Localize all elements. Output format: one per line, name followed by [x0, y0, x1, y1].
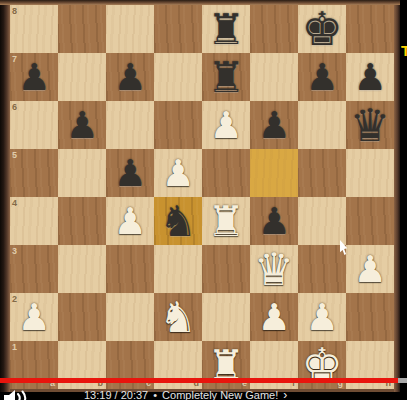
square-e5 [202, 149, 250, 197]
square-g7: ♟ [298, 53, 346, 101]
square-f8 [250, 5, 298, 53]
square-c2 [106, 293, 154, 341]
piece-white-pawn: ♟ [202, 101, 250, 149]
square-h6: ♛ [346, 101, 394, 149]
piece-white-pawn: ♟ [106, 197, 154, 245]
piece-white-pawn: ♟ [154, 149, 202, 197]
piece-white-pawn: ♟ [298, 293, 346, 341]
rank-label-3: 3 [12, 247, 17, 256]
separator-dot: • [153, 389, 157, 400]
square-c7: ♟ [106, 53, 154, 101]
square-f6: ♟ [250, 101, 298, 149]
square-c4: ♟ [106, 197, 154, 245]
piece-black-rook: ♜ [202, 5, 250, 53]
piece-white-pawn: ♟ [346, 245, 394, 293]
square-h7: ♟ [346, 53, 394, 101]
volume-icon[interactable] [4, 390, 30, 400]
square-h8 [346, 5, 394, 53]
square-h2 [346, 293, 394, 341]
square-d6 [154, 101, 202, 149]
piece-white-knight: ♞ [154, 293, 202, 341]
square-b7 [58, 53, 106, 101]
square-e4: ♜ [202, 197, 250, 245]
rank-label-7: 7 [12, 55, 17, 64]
square-f7 [250, 53, 298, 101]
square-g3 [298, 245, 346, 293]
piece-black-pawn: ♟ [10, 53, 58, 101]
video-chapter-title[interactable]: Completely New Game! [162, 389, 278, 400]
square-g2: ♟ [298, 293, 346, 341]
square-a7: 7♟ [10, 53, 58, 101]
square-h3: ♟ [346, 245, 394, 293]
square-d8 [154, 5, 202, 53]
square-a3: 3 [10, 245, 58, 293]
board-frame-left [0, 0, 10, 392]
square-d5: ♟ [154, 149, 202, 197]
video-frame[interactable]: 8♜♚7♟♟♜♟♟6♟♟♟♛5♟♟4♟♞♜♟3♛♟2♟♞♟♟1abcde♜fg♚… [0, 0, 407, 400]
square-d7 [154, 53, 202, 101]
piece-black-pawn: ♟ [106, 149, 154, 197]
square-g4 [298, 197, 346, 245]
square-h4 [346, 197, 394, 245]
square-f5 [250, 149, 298, 197]
square-b5 [58, 149, 106, 197]
square-b3 [58, 245, 106, 293]
square-d2: ♞ [154, 293, 202, 341]
square-b8 [58, 5, 106, 53]
piece-black-pawn: ♟ [58, 101, 106, 149]
square-c5: ♟ [106, 149, 154, 197]
square-e3 [202, 245, 250, 293]
piece-white-pawn: ♟ [250, 293, 298, 341]
square-g5 [298, 149, 346, 197]
square-a2: 2♟ [10, 293, 58, 341]
piece-white-queen: ♛ [250, 245, 298, 293]
chess-board[interactable]: 8♜♚7♟♟♜♟♟6♟♟♟♛5♟♟4♟♞♜♟3♛♟2♟♞♟♟1abcde♜fg♚… [10, 5, 394, 389]
square-d3 [154, 245, 202, 293]
video-time: 13:19 / 20:37 [84, 389, 148, 400]
square-c3 [106, 245, 154, 293]
piece-black-rook: ♜ [202, 53, 250, 101]
square-a6: 6 [10, 101, 58, 149]
rank-label-4: 4 [12, 199, 17, 208]
rank-label-8: 8 [12, 7, 17, 16]
piece-black-knight: ♞ [154, 197, 202, 245]
rank-label-6: 6 [12, 103, 17, 112]
square-e2 [202, 293, 250, 341]
square-b6: ♟ [58, 101, 106, 149]
piece-black-pawn: ♟ [250, 197, 298, 245]
square-d4: ♞ [154, 197, 202, 245]
square-g8: ♚ [298, 5, 346, 53]
yellow-overlay-text: T [401, 42, 407, 59]
piece-white-pawn: ♟ [10, 293, 58, 341]
piece-black-king: ♚ [298, 5, 346, 53]
video-progress-bar[interactable] [0, 378, 398, 383]
square-a4: 4 [10, 197, 58, 245]
square-g6 [298, 101, 346, 149]
square-e8: ♜ [202, 5, 250, 53]
piece-black-pawn: ♟ [106, 53, 154, 101]
piece-white-rook: ♜ [202, 197, 250, 245]
square-a8: 8 [10, 5, 58, 53]
square-f4: ♟ [250, 197, 298, 245]
rank-label-2: 2 [12, 295, 17, 304]
chevron-right-icon[interactable]: › [283, 389, 287, 400]
square-c6 [106, 101, 154, 149]
square-a5: 5 [10, 149, 58, 197]
square-e7: ♜ [202, 53, 250, 101]
piece-black-pawn: ♟ [250, 101, 298, 149]
square-f3: ♛ [250, 245, 298, 293]
square-h5 [346, 149, 394, 197]
board-frame-right [394, 0, 400, 392]
piece-black-queen: ♛ [346, 101, 394, 149]
square-b4 [58, 197, 106, 245]
rank-label-5: 5 [12, 151, 17, 160]
square-e6: ♟ [202, 101, 250, 149]
piece-black-pawn: ♟ [346, 53, 394, 101]
piece-black-pawn: ♟ [298, 53, 346, 101]
square-b2 [58, 293, 106, 341]
square-c8 [106, 5, 154, 53]
square-f2: ♟ [250, 293, 298, 341]
rank-label-1: 1 [12, 343, 17, 352]
